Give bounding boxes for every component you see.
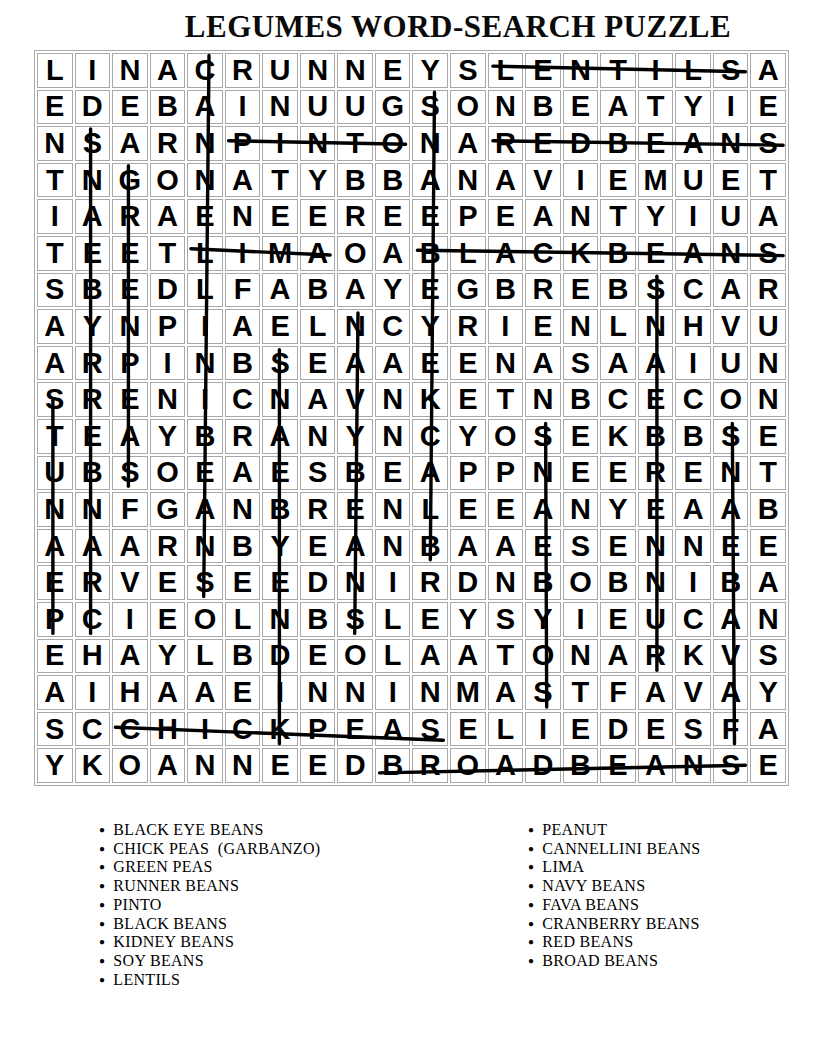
grid-cell-r3c19[interactable]: N — [713, 126, 749, 161]
grid-cell-r8c14[interactable]: E — [525, 309, 561, 344]
grid-cell-r9c20[interactable]: N — [750, 346, 786, 381]
grid-cell-r3c15[interactable]: D — [563, 126, 599, 161]
grid-cell-r12c14[interactable]: N — [525, 456, 561, 491]
grid-cell-r11c8[interactable]: N — [300, 419, 336, 454]
grid-cell-r17c8[interactable]: E — [300, 639, 336, 674]
grid-cell-r5c17[interactable]: Y — [638, 199, 674, 234]
grid-cell-r19c9[interactable]: E — [337, 712, 373, 747]
grid-cell-r9c16[interactable]: A — [600, 346, 636, 381]
grid-cell-r14c1[interactable]: A — [37, 529, 73, 564]
grid-cell-r13c6[interactable]: N — [225, 492, 261, 527]
grid-cell-r11c12[interactable]: Y — [450, 419, 486, 454]
grid-cell-r19c18[interactable]: S — [675, 712, 711, 747]
grid-cell-r13c4[interactable]: G — [150, 492, 186, 527]
grid-cell-r5c18[interactable]: I — [675, 199, 711, 234]
grid-cell-r6c2[interactable]: E — [75, 236, 111, 271]
grid-cell-r5c6[interactable]: N — [225, 199, 261, 234]
grid-cell-r7c14[interactable]: R — [525, 273, 561, 308]
grid-cell-r7c8[interactable]: B — [300, 273, 336, 308]
grid-cell-r4c1[interactable]: T — [37, 163, 73, 198]
grid-cell-r18c14[interactable]: S — [525, 675, 561, 710]
grid-cell-r11c19[interactable]: S — [713, 419, 749, 454]
grid-cell-r15c11[interactable]: R — [412, 565, 448, 600]
grid-cell-r15c13[interactable]: N — [488, 565, 524, 600]
grid-cell-r20c3[interactable]: O — [112, 748, 148, 783]
grid-cell-r14c3[interactable]: A — [112, 529, 148, 564]
grid-cell-r5c15[interactable]: N — [563, 199, 599, 234]
grid-cell-r3c3[interactable]: A — [112, 126, 148, 161]
grid-cell-r11c2[interactable]: E — [75, 419, 111, 454]
grid-cell-r9c11[interactable]: E — [412, 346, 448, 381]
grid-cell-r7c10[interactable]: Y — [375, 273, 411, 308]
grid-cell-r18c19[interactable]: A — [713, 675, 749, 710]
grid-cell-r2c20[interactable]: E — [750, 90, 786, 125]
grid-cell-r3c11[interactable]: N — [412, 126, 448, 161]
grid-cell-r3c7[interactable]: I — [262, 126, 298, 161]
grid-cell-r19c12[interactable]: E — [450, 712, 486, 747]
grid-cell-r13c3[interactable]: F — [112, 492, 148, 527]
grid-cell-r19c1[interactable]: S — [37, 712, 73, 747]
grid-cell-r2c9[interactable]: U — [337, 90, 373, 125]
grid-cell-r14c5[interactable]: N — [187, 529, 223, 564]
grid-cell-r6c7[interactable]: M — [262, 236, 298, 271]
grid-cell-r18c1[interactable]: A — [37, 675, 73, 710]
grid-cell-r4c2[interactable]: N — [75, 163, 111, 198]
grid-cell-r14c17[interactable]: N — [638, 529, 674, 564]
grid-cell-r6c20[interactable]: S — [750, 236, 786, 271]
grid-cell-r20c10[interactable]: B — [375, 748, 411, 783]
grid-cell-r15c19[interactable]: B — [713, 565, 749, 600]
grid-cell-r12c18[interactable]: E — [675, 456, 711, 491]
grid-cell-r1c8[interactable]: N — [300, 53, 336, 88]
grid-cell-r13c20[interactable]: B — [750, 492, 786, 527]
grid-cell-r16c15[interactable]: I — [563, 602, 599, 637]
grid-cell-r18c18[interactable]: V — [675, 675, 711, 710]
grid-cell-r15c17[interactable]: N — [638, 565, 674, 600]
grid-cell-r15c2[interactable]: R — [75, 565, 111, 600]
grid-cell-r9c15[interactable]: S — [563, 346, 599, 381]
grid-cell-r17c1[interactable]: E — [37, 639, 73, 674]
grid-cell-r14c8[interactable]: E — [300, 529, 336, 564]
grid-cell-r20c14[interactable]: D — [525, 748, 561, 783]
grid-cell-r4c18[interactable]: U — [675, 163, 711, 198]
grid-cell-r6c5[interactable]: L — [187, 236, 223, 271]
grid-cell-r11c7[interactable]: A — [262, 419, 298, 454]
grid-cell-r2c17[interactable]: T — [638, 90, 674, 125]
grid-cell-r1c18[interactable]: L — [675, 53, 711, 88]
grid-cell-r8c9[interactable]: N — [337, 309, 373, 344]
grid-cell-r16c8[interactable]: B — [300, 602, 336, 637]
grid-cell-r11c17[interactable]: B — [638, 419, 674, 454]
grid-cell-r9c5[interactable]: N — [187, 346, 223, 381]
grid-cell-r20c20[interactable]: E — [750, 748, 786, 783]
grid-cell-r18c8[interactable]: N — [300, 675, 336, 710]
grid-cell-r14c11[interactable]: B — [412, 529, 448, 564]
grid-cell-r1c20[interactable]: A — [750, 53, 786, 88]
grid-cell-r6c13[interactable]: A — [488, 236, 524, 271]
grid-cell-r1c4[interactable]: A — [150, 53, 186, 88]
grid-cell-r6c16[interactable]: B — [600, 236, 636, 271]
grid-cell-r13c18[interactable]: A — [675, 492, 711, 527]
grid-cell-r16c11[interactable]: E — [412, 602, 448, 637]
grid-cell-r5c9[interactable]: R — [337, 199, 373, 234]
grid-cell-r5c20[interactable]: A — [750, 199, 786, 234]
grid-cell-r4c3[interactable]: G — [112, 163, 148, 198]
grid-cell-r12c11[interactable]: A — [412, 456, 448, 491]
grid-cell-r4c19[interactable]: E — [713, 163, 749, 198]
grid-cell-r4c14[interactable]: V — [525, 163, 561, 198]
grid-cell-r15c4[interactable]: E — [150, 565, 186, 600]
grid-cell-r5c7[interactable]: E — [262, 199, 298, 234]
grid-cell-r7c18[interactable]: C — [675, 273, 711, 308]
grid-cell-r16c7[interactable]: N — [262, 602, 298, 637]
grid-cell-r8c3[interactable]: N — [112, 309, 148, 344]
grid-cell-r11c13[interactable]: O — [488, 419, 524, 454]
grid-cell-r20c15[interactable]: B — [563, 748, 599, 783]
grid-cell-r8c6[interactable]: A — [225, 309, 261, 344]
grid-cell-r19c13[interactable]: L — [488, 712, 524, 747]
grid-cell-r14c9[interactable]: A — [337, 529, 373, 564]
grid-cell-r9c12[interactable]: E — [450, 346, 486, 381]
grid-cell-r3c17[interactable]: E — [638, 126, 674, 161]
grid-cell-r18c12[interactable]: M — [450, 675, 486, 710]
grid-cell-r7c7[interactable]: A — [262, 273, 298, 308]
grid-cell-r9c6[interactable]: B — [225, 346, 261, 381]
grid-cell-r6c10[interactable]: A — [375, 236, 411, 271]
grid-cell-r13c17[interactable]: E — [638, 492, 674, 527]
grid-cell-r16c17[interactable]: U — [638, 602, 674, 637]
grid-cell-r12c5[interactable]: E — [187, 456, 223, 491]
grid-cell-r3c9[interactable]: T — [337, 126, 373, 161]
grid-cell-r18c5[interactable]: A — [187, 675, 223, 710]
grid-cell-r1c1[interactable]: L — [37, 53, 73, 88]
grid-cell-r12c6[interactable]: A — [225, 456, 261, 491]
grid-cell-r17c5[interactable]: L — [187, 639, 223, 674]
grid-cell-r15c3[interactable]: V — [112, 565, 148, 600]
grid-cell-r13c7[interactable]: B — [262, 492, 298, 527]
grid-cell-r1c9[interactable]: N — [337, 53, 373, 88]
grid-cell-r14c14[interactable]: E — [525, 529, 561, 564]
grid-cell-r18c13[interactable]: A — [488, 675, 524, 710]
grid-cell-r14c12[interactable]: A — [450, 529, 486, 564]
grid-cell-r7c9[interactable]: A — [337, 273, 373, 308]
grid-cell-r5c10[interactable]: E — [375, 199, 411, 234]
grid-cell-r3c5[interactable]: N — [187, 126, 223, 161]
grid-cell-r19c6[interactable]: C — [225, 712, 261, 747]
grid-cell-r8c5[interactable]: I — [187, 309, 223, 344]
grid-cell-r15c15[interactable]: O — [563, 565, 599, 600]
grid-cell-r9c3[interactable]: P — [112, 346, 148, 381]
grid-cell-r10c19[interactable]: O — [713, 382, 749, 417]
grid-cell-r1c15[interactable]: N — [563, 53, 599, 88]
grid-cell-r4c8[interactable]: Y — [300, 163, 336, 198]
grid-cell-r10c15[interactable]: B — [563, 382, 599, 417]
grid-cell-r8c20[interactable]: U — [750, 309, 786, 344]
grid-cell-r19c10[interactable]: A — [375, 712, 411, 747]
grid-cell-r14c7[interactable]: Y — [262, 529, 298, 564]
grid-cell-r15c6[interactable]: E — [225, 565, 261, 600]
grid-cell-r7c16[interactable]: B — [600, 273, 636, 308]
grid-cell-r12c4[interactable]: O — [150, 456, 186, 491]
grid-cell-r14c18[interactable]: N — [675, 529, 711, 564]
grid-cell-r10c18[interactable]: C — [675, 382, 711, 417]
grid-cell-r8c15[interactable]: N — [563, 309, 599, 344]
grid-cell-r2c13[interactable]: N — [488, 90, 524, 125]
grid-cell-r16c4[interactable]: E — [150, 602, 186, 637]
grid-cell-r4c10[interactable]: B — [375, 163, 411, 198]
grid-cell-r6c17[interactable]: E — [638, 236, 674, 271]
grid-cell-r11c14[interactable]: S — [525, 419, 561, 454]
grid-cell-r20c11[interactable]: R — [412, 748, 448, 783]
grid-cell-r14c16[interactable]: E — [600, 529, 636, 564]
grid-cell-r20c18[interactable]: N — [675, 748, 711, 783]
grid-cell-r17c11[interactable]: A — [412, 639, 448, 674]
grid-cell-r6c8[interactable]: A — [300, 236, 336, 271]
grid-cell-r16c1[interactable]: P — [37, 602, 73, 637]
grid-cell-r7c17[interactable]: S — [638, 273, 674, 308]
grid-cell-r4c6[interactable]: A — [225, 163, 261, 198]
grid-cell-r6c9[interactable]: O — [337, 236, 373, 271]
grid-cell-r11c6[interactable]: R — [225, 419, 261, 454]
grid-cell-r7c3[interactable]: E — [112, 273, 148, 308]
grid-cell-r8c18[interactable]: H — [675, 309, 711, 344]
grid-cell-r9c18[interactable]: I — [675, 346, 711, 381]
grid-cell-r5c16[interactable]: T — [600, 199, 636, 234]
grid-cell-r16c18[interactable]: C — [675, 602, 711, 637]
grid-cell-r2c11[interactable]: S — [412, 90, 448, 125]
grid-cell-r3c2[interactable]: S — [75, 126, 111, 161]
grid-cell-r6c15[interactable]: K — [563, 236, 599, 271]
grid-cell-r3c14[interactable]: E — [525, 126, 561, 161]
grid-cell-r13c8[interactable]: R — [300, 492, 336, 527]
grid-cell-r14c6[interactable]: B — [225, 529, 261, 564]
grid-cell-r10c8[interactable]: A — [300, 382, 336, 417]
grid-cell-r1c6[interactable]: R — [225, 53, 261, 88]
grid-cell-r7c15[interactable]: E — [563, 273, 599, 308]
grid-cell-r12c20[interactable]: T — [750, 456, 786, 491]
grid-cell-r17c17[interactable]: R — [638, 639, 674, 674]
grid-cell-r7c2[interactable]: B — [75, 273, 111, 308]
grid-cell-r2c10[interactable]: G — [375, 90, 411, 125]
grid-cell-r2c3[interactable]: E — [112, 90, 148, 125]
grid-cell-r8c8[interactable]: L — [300, 309, 336, 344]
grid-cell-r17c14[interactable]: O — [525, 639, 561, 674]
grid-cell-r18c16[interactable]: F — [600, 675, 636, 710]
grid-cell-r16c5[interactable]: O — [187, 602, 223, 637]
grid-cell-r19c2[interactable]: C — [75, 712, 111, 747]
grid-cell-r9c19[interactable]: U — [713, 346, 749, 381]
grid-cell-r15c14[interactable]: B — [525, 565, 561, 600]
grid-cell-r17c2[interactable]: H — [75, 639, 111, 674]
grid-cell-r19c3[interactable]: C — [112, 712, 148, 747]
grid-cell-r3c10[interactable]: O — [375, 126, 411, 161]
grid-cell-r17c15[interactable]: N — [563, 639, 599, 674]
grid-cell-r19c17[interactable]: E — [638, 712, 674, 747]
grid-cell-r20c5[interactable]: N — [187, 748, 223, 783]
grid-cell-r15c20[interactable]: A — [750, 565, 786, 600]
grid-cell-r19c7[interactable]: K — [262, 712, 298, 747]
grid-cell-r8c16[interactable]: L — [600, 309, 636, 344]
grid-cell-r17c4[interactable]: Y — [150, 639, 186, 674]
grid-cell-r19c8[interactable]: P — [300, 712, 336, 747]
grid-cell-r19c11[interactable]: S — [412, 712, 448, 747]
grid-cell-r9c14[interactable]: A — [525, 346, 561, 381]
grid-cell-r19c20[interactable]: A — [750, 712, 786, 747]
grid-cell-r9c17[interactable]: A — [638, 346, 674, 381]
grid-cell-r3c18[interactable]: A — [675, 126, 711, 161]
grid-cell-r16c19[interactable]: A — [713, 602, 749, 637]
grid-cell-r20c6[interactable]: N — [225, 748, 261, 783]
grid-cell-r18c2[interactable]: I — [75, 675, 111, 710]
grid-cell-r11c16[interactable]: K — [600, 419, 636, 454]
grid-cell-r3c20[interactable]: S — [750, 126, 786, 161]
grid-cell-r14c15[interactable]: S — [563, 529, 599, 564]
grid-cell-r1c5[interactable]: C — [187, 53, 223, 88]
grid-cell-r7c20[interactable]: R — [750, 273, 786, 308]
grid-cell-r16c16[interactable]: E — [600, 602, 636, 637]
grid-cell-r10c4[interactable]: N — [150, 382, 186, 417]
grid-cell-r13c13[interactable]: E — [488, 492, 524, 527]
grid-cell-r12c1[interactable]: U — [37, 456, 73, 491]
grid-cell-r7c12[interactable]: G — [450, 273, 486, 308]
grid-cell-r2c7[interactable]: N — [262, 90, 298, 125]
grid-cell-r18c9[interactable]: N — [337, 675, 373, 710]
grid-cell-r8c12[interactable]: R — [450, 309, 486, 344]
grid-cell-r12c10[interactable]: E — [375, 456, 411, 491]
grid-cell-r10c1[interactable]: S — [37, 382, 73, 417]
grid-cell-r14c20[interactable]: E — [750, 529, 786, 564]
grid-cell-r10c16[interactable]: C — [600, 382, 636, 417]
grid-cell-r9c1[interactable]: A — [37, 346, 73, 381]
grid-cell-r17c20[interactable]: S — [750, 639, 786, 674]
grid-cell-r2c14[interactable]: B — [525, 90, 561, 125]
grid-cell-r2c2[interactable]: D — [75, 90, 111, 125]
grid-cell-r20c7[interactable]: E — [262, 748, 298, 783]
grid-cell-r6c19[interactable]: N — [713, 236, 749, 271]
grid-cell-r3c6[interactable]: P — [225, 126, 261, 161]
grid-cell-r15c12[interactable]: D — [450, 565, 486, 600]
grid-cell-r15c10[interactable]: I — [375, 565, 411, 600]
grid-cell-r16c3[interactable]: I — [112, 602, 148, 637]
grid-cell-r8c1[interactable]: A — [37, 309, 73, 344]
grid-cell-r15c7[interactable]: E — [262, 565, 298, 600]
grid-cell-r1c7[interactable]: U — [262, 53, 298, 88]
grid-cell-r15c9[interactable]: N — [337, 565, 373, 600]
grid-cell-r13c12[interactable]: E — [450, 492, 486, 527]
grid-cell-r13c11[interactable]: L — [412, 492, 448, 527]
grid-cell-r5c11[interactable]: E — [412, 199, 448, 234]
grid-cell-r4c16[interactable]: E — [600, 163, 636, 198]
grid-cell-r17c9[interactable]: O — [337, 639, 373, 674]
grid-cell-r5c1[interactable]: I — [37, 199, 73, 234]
grid-cell-r8c4[interactable]: P — [150, 309, 186, 344]
grid-cell-r12c7[interactable]: E — [262, 456, 298, 491]
grid-cell-r11c11[interactable]: C — [412, 419, 448, 454]
grid-cell-r7c13[interactable]: B — [488, 273, 524, 308]
grid-cell-r5c13[interactable]: E — [488, 199, 524, 234]
grid-cell-r17c18[interactable]: K — [675, 639, 711, 674]
grid-cell-r2c18[interactable]: Y — [675, 90, 711, 125]
grid-cell-r1c16[interactable]: T — [600, 53, 636, 88]
grid-cell-r12c16[interactable]: E — [600, 456, 636, 491]
grid-cell-r2c19[interactable]: I — [713, 90, 749, 125]
grid-cell-r1c2[interactable]: I — [75, 53, 111, 88]
grid-cell-r10c5[interactable]: I — [187, 382, 223, 417]
grid-cell-r18c17[interactable]: A — [638, 675, 674, 710]
grid-cell-r19c14[interactable]: I — [525, 712, 561, 747]
grid-cell-r9c13[interactable]: N — [488, 346, 524, 381]
grid-cell-r11c20[interactable]: E — [750, 419, 786, 454]
grid-cell-r8c13[interactable]: I — [488, 309, 524, 344]
grid-cell-r4c15[interactable]: I — [563, 163, 599, 198]
grid-cell-r13c16[interactable]: Y — [600, 492, 636, 527]
grid-cell-r11c5[interactable]: B — [187, 419, 223, 454]
grid-cell-r12c15[interactable]: E — [563, 456, 599, 491]
grid-cell-r9c8[interactable]: E — [300, 346, 336, 381]
grid-cell-r18c11[interactable]: N — [412, 675, 448, 710]
grid-cell-r14c13[interactable]: A — [488, 529, 524, 564]
grid-cell-r10c3[interactable]: E — [112, 382, 148, 417]
grid-cell-r3c8[interactable]: N — [300, 126, 336, 161]
grid-cell-r20c9[interactable]: D — [337, 748, 373, 783]
grid-cell-r10c6[interactable]: C — [225, 382, 261, 417]
grid-cell-r14c10[interactable]: N — [375, 529, 411, 564]
grid-cell-r12c19[interactable]: N — [713, 456, 749, 491]
grid-cell-r3c16[interactable]: B — [600, 126, 636, 161]
grid-cell-r16c14[interactable]: Y — [525, 602, 561, 637]
grid-cell-r12c12[interactable]: P — [450, 456, 486, 491]
grid-cell-r14c19[interactable]: E — [713, 529, 749, 564]
grid-cell-r5c5[interactable]: E — [187, 199, 223, 234]
grid-cell-r6c6[interactable]: I — [225, 236, 261, 271]
grid-cell-r9c4[interactable]: I — [150, 346, 186, 381]
grid-cell-r4c9[interactable]: B — [337, 163, 373, 198]
grid-cell-r17c16[interactable]: A — [600, 639, 636, 674]
grid-cell-r1c11[interactable]: Y — [412, 53, 448, 88]
grid-cell-r6c4[interactable]: T — [150, 236, 186, 271]
grid-cell-r3c12[interactable]: A — [450, 126, 486, 161]
grid-cell-r4c17[interactable]: M — [638, 163, 674, 198]
grid-cell-r16c2[interactable]: C — [75, 602, 111, 637]
grid-cell-r1c3[interactable]: N — [112, 53, 148, 88]
grid-cell-r11c15[interactable]: E — [563, 419, 599, 454]
grid-cell-r10c2[interactable]: R — [75, 382, 111, 417]
grid-cell-r14c2[interactable]: A — [75, 529, 111, 564]
grid-cell-r20c19[interactable]: S — [713, 748, 749, 783]
grid-cell-r1c13[interactable]: L — [488, 53, 524, 88]
grid-cell-r7c5[interactable]: L — [187, 273, 223, 308]
grid-cell-r9c9[interactable]: A — [337, 346, 373, 381]
grid-cell-r5c12[interactable]: P — [450, 199, 486, 234]
grid-cell-r16c10[interactable]: L — [375, 602, 411, 637]
grid-cell-r18c15[interactable]: T — [563, 675, 599, 710]
grid-cell-r6c1[interactable]: T — [37, 236, 73, 271]
grid-cell-r11c18[interactable]: B — [675, 419, 711, 454]
grid-cell-r4c4[interactable]: O — [150, 163, 186, 198]
grid-cell-r4c7[interactable]: T — [262, 163, 298, 198]
grid-cell-r10c13[interactable]: T — [488, 382, 524, 417]
grid-cell-r2c8[interactable]: U — [300, 90, 336, 125]
grid-cell-r9c10[interactable]: A — [375, 346, 411, 381]
grid-cell-r18c6[interactable]: E — [225, 675, 261, 710]
grid-cell-r2c6[interactable]: I — [225, 90, 261, 125]
grid-cell-r4c13[interactable]: A — [488, 163, 524, 198]
grid-cell-r20c2[interactable]: K — [75, 748, 111, 783]
grid-cell-r19c19[interactable]: F — [713, 712, 749, 747]
grid-cell-r20c4[interactable]: A — [150, 748, 186, 783]
grid-cell-r3c13[interactable]: R — [488, 126, 524, 161]
grid-cell-r12c17[interactable]: R — [638, 456, 674, 491]
